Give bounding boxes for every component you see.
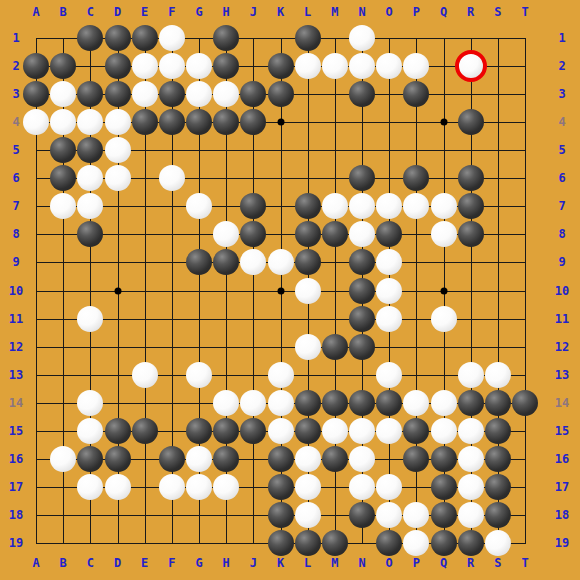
coordinate-label: 10 — [9, 285, 23, 297]
black-stone — [240, 81, 266, 107]
coordinate-label: 6 — [12, 172, 19, 184]
black-stone — [77, 137, 103, 163]
coordinate-label: 1 — [12, 32, 19, 44]
black-stone — [403, 418, 429, 444]
coordinate-label: 19 — [9, 537, 23, 549]
hoshi-point — [440, 119, 447, 126]
white-stone — [431, 193, 457, 219]
white-stone — [77, 306, 103, 332]
black-stone — [105, 418, 131, 444]
black-stone — [186, 109, 212, 135]
coordinate-label: P — [413, 6, 420, 18]
coordinate-label: L — [304, 557, 311, 569]
black-stone — [376, 221, 402, 247]
white-stone — [295, 446, 321, 472]
coordinate-label: A — [32, 557, 39, 569]
white-stone — [295, 502, 321, 528]
white-stone — [23, 109, 49, 135]
coordinate-label: G — [195, 557, 202, 569]
white-stone — [213, 221, 239, 247]
black-stone — [240, 221, 266, 247]
black-stone — [349, 390, 375, 416]
coordinate-label: 9 — [558, 256, 565, 268]
white-stone — [431, 418, 457, 444]
white-stone — [431, 390, 457, 416]
coordinate-label: O — [386, 557, 393, 569]
black-stone — [322, 334, 348, 360]
black-stone — [485, 418, 511, 444]
white-stone — [77, 193, 103, 219]
white-stone — [403, 53, 429, 79]
white-stone — [485, 530, 511, 556]
black-stone — [23, 81, 49, 107]
coordinate-label: J — [250, 6, 257, 18]
coordinate-label: 14 — [9, 397, 23, 409]
black-stone — [105, 446, 131, 472]
coordinate-label: 5 — [12, 144, 19, 156]
black-stone — [349, 306, 375, 332]
white-stone — [105, 165, 131, 191]
black-stone — [77, 25, 103, 51]
coordinate-label: 4 — [12, 116, 19, 128]
black-stone — [159, 81, 185, 107]
white-stone — [295, 53, 321, 79]
white-stone — [376, 474, 402, 500]
black-stone — [403, 81, 429, 107]
black-stone — [50, 165, 76, 191]
white-stone — [403, 193, 429, 219]
coordinate-label: 11 — [9, 313, 23, 325]
white-stone — [349, 418, 375, 444]
black-stone — [50, 137, 76, 163]
coordinate-label: C — [87, 6, 94, 18]
white-stone — [213, 81, 239, 107]
white-stone — [485, 362, 511, 388]
black-stone — [322, 390, 348, 416]
white-stone — [159, 165, 185, 191]
white-stone — [349, 446, 375, 472]
white-stone — [50, 446, 76, 472]
black-stone — [132, 25, 158, 51]
black-stone — [485, 446, 511, 472]
white-stone — [431, 306, 457, 332]
coordinate-label: H — [223, 6, 230, 18]
coordinate-label: 11 — [555, 313, 569, 325]
coordinate-label: F — [168, 557, 175, 569]
black-stone — [403, 446, 429, 472]
coordinate-label: 16 — [9, 453, 23, 465]
black-stone — [458, 109, 484, 135]
black-stone — [213, 446, 239, 472]
coordinate-label: Q — [440, 557, 447, 569]
white-stone — [349, 193, 375, 219]
black-stone — [268, 474, 294, 500]
coordinate-label: N — [358, 557, 365, 569]
white-stone — [159, 25, 185, 51]
coordinate-label: K — [277, 557, 284, 569]
white-stone — [268, 418, 294, 444]
white-stone — [376, 249, 402, 275]
black-stone — [295, 193, 321, 219]
coordinate-label: Q — [440, 6, 447, 18]
black-stone — [431, 530, 457, 556]
coordinate-label: A — [32, 6, 39, 18]
coordinate-label: 13 — [555, 369, 569, 381]
white-stone — [105, 109, 131, 135]
coordinate-label: H — [223, 557, 230, 569]
black-stone — [458, 165, 484, 191]
coordinate-label: 3 — [558, 88, 565, 100]
coordinate-label: N — [358, 6, 365, 18]
white-stone — [376, 278, 402, 304]
black-stone — [349, 278, 375, 304]
black-stone — [213, 249, 239, 275]
white-stone — [132, 53, 158, 79]
black-stone — [403, 165, 429, 191]
white-stone — [458, 362, 484, 388]
white-stone — [213, 474, 239, 500]
coordinate-label: T — [521, 6, 528, 18]
hoshi-point — [114, 287, 121, 294]
coordinate-label: O — [386, 6, 393, 18]
coordinate-label: P — [413, 557, 420, 569]
white-stone — [376, 193, 402, 219]
coordinate-label: T — [521, 557, 528, 569]
black-stone — [295, 418, 321, 444]
grid-line-horizontal — [36, 347, 526, 348]
white-stone-marked-last-move — [455, 50, 487, 82]
white-stone — [105, 474, 131, 500]
black-stone — [159, 109, 185, 135]
white-stone — [240, 390, 266, 416]
black-stone — [295, 249, 321, 275]
black-stone — [485, 474, 511, 500]
black-stone — [349, 81, 375, 107]
black-stone — [240, 109, 266, 135]
white-stone — [322, 418, 348, 444]
coordinate-label: C — [87, 557, 94, 569]
black-stone — [431, 446, 457, 472]
white-stone — [186, 81, 212, 107]
coordinate-label: 5 — [558, 144, 565, 156]
black-stone — [349, 165, 375, 191]
white-stone — [458, 474, 484, 500]
coordinate-label: 15 — [555, 425, 569, 437]
black-stone — [376, 530, 402, 556]
grid-line-vertical — [525, 38, 526, 544]
white-stone — [268, 390, 294, 416]
white-stone — [213, 390, 239, 416]
white-stone — [376, 53, 402, 79]
black-stone — [295, 530, 321, 556]
white-stone — [132, 81, 158, 107]
black-stone — [50, 53, 76, 79]
white-stone — [186, 193, 212, 219]
hoshi-point — [440, 287, 447, 294]
white-stone — [159, 53, 185, 79]
black-stone — [485, 502, 511, 528]
black-stone — [105, 53, 131, 79]
black-stone — [349, 249, 375, 275]
white-stone — [349, 474, 375, 500]
black-stone — [186, 418, 212, 444]
coordinate-label: 17 — [9, 481, 23, 493]
white-stone — [431, 221, 457, 247]
white-stone — [50, 193, 76, 219]
black-stone — [159, 446, 185, 472]
black-stone — [23, 53, 49, 79]
white-stone — [376, 502, 402, 528]
coordinate-label: B — [60, 557, 67, 569]
black-stone — [349, 502, 375, 528]
black-stone — [268, 502, 294, 528]
white-stone — [458, 502, 484, 528]
white-stone — [186, 474, 212, 500]
coordinate-label: F — [168, 6, 175, 18]
coordinate-label: S — [494, 557, 501, 569]
white-stone — [349, 221, 375, 247]
coordinate-label: 8 — [558, 228, 565, 240]
white-stone — [77, 418, 103, 444]
coordinate-label: 15 — [9, 425, 23, 437]
white-stone — [376, 418, 402, 444]
black-stone — [268, 81, 294, 107]
coordinate-label: D — [114, 557, 121, 569]
coordinate-label: G — [195, 6, 202, 18]
white-stone — [403, 530, 429, 556]
white-stone — [77, 474, 103, 500]
black-stone — [213, 109, 239, 135]
go-board[interactable]: AABBCCDDEEFFGGHHJJKKLLMMNNOOPPQQRRSSTT11… — [0, 0, 580, 580]
white-stone — [403, 390, 429, 416]
white-stone — [268, 362, 294, 388]
black-stone — [132, 109, 158, 135]
black-stone — [322, 530, 348, 556]
black-stone — [213, 418, 239, 444]
coordinate-label: 2 — [558, 60, 565, 72]
coordinate-label: 8 — [12, 228, 19, 240]
black-stone — [295, 390, 321, 416]
black-stone — [240, 418, 266, 444]
white-stone — [349, 53, 375, 79]
black-stone — [268, 53, 294, 79]
black-stone — [132, 418, 158, 444]
coordinate-label: E — [141, 557, 148, 569]
black-stone — [186, 249, 212, 275]
white-stone — [322, 53, 348, 79]
white-stone — [458, 446, 484, 472]
coordinate-label: M — [331, 557, 338, 569]
black-stone — [268, 530, 294, 556]
black-stone — [431, 474, 457, 500]
white-stone — [77, 390, 103, 416]
coordinate-label: 18 — [9, 509, 23, 521]
coordinate-label: R — [467, 557, 474, 569]
coordinate-label: 17 — [555, 481, 569, 493]
coordinate-label: L — [304, 6, 311, 18]
coordinate-label: 10 — [555, 285, 569, 297]
white-stone — [186, 362, 212, 388]
coordinate-label: S — [494, 6, 501, 18]
black-stone — [431, 502, 457, 528]
black-stone — [376, 390, 402, 416]
coordinate-label: 7 — [12, 200, 19, 212]
white-stone — [159, 474, 185, 500]
white-stone — [268, 249, 294, 275]
coordinate-label: M — [331, 6, 338, 18]
black-stone — [512, 390, 538, 416]
coordinate-label: 3 — [12, 88, 19, 100]
coordinate-label: E — [141, 6, 148, 18]
black-stone — [240, 193, 266, 219]
hoshi-point — [277, 119, 284, 126]
black-stone — [485, 390, 511, 416]
coordinate-label: K — [277, 6, 284, 18]
coordinate-label: 19 — [555, 537, 569, 549]
black-stone — [295, 25, 321, 51]
black-stone — [213, 25, 239, 51]
black-stone — [322, 221, 348, 247]
white-stone — [349, 25, 375, 51]
black-stone — [77, 81, 103, 107]
coordinate-label: 16 — [555, 453, 569, 465]
coordinate-label: J — [250, 557, 257, 569]
white-stone — [322, 193, 348, 219]
white-stone — [186, 446, 212, 472]
coordinate-label: B — [60, 6, 67, 18]
black-stone — [268, 446, 294, 472]
coordinate-label: 6 — [558, 172, 565, 184]
coordinate-label: 1 — [558, 32, 565, 44]
coordinate-label: 12 — [9, 341, 23, 353]
hoshi-point — [277, 287, 284, 294]
black-stone — [322, 446, 348, 472]
white-stone — [50, 81, 76, 107]
black-stone — [77, 221, 103, 247]
coordinate-label: 18 — [555, 509, 569, 521]
coordinate-label: 12 — [555, 341, 569, 353]
white-stone — [132, 362, 158, 388]
coordinate-label: 4 — [558, 116, 565, 128]
black-stone — [105, 81, 131, 107]
coordinate-label: 13 — [9, 369, 23, 381]
black-stone — [77, 446, 103, 472]
black-stone — [458, 390, 484, 416]
white-stone — [77, 109, 103, 135]
black-stone — [295, 221, 321, 247]
white-stone — [376, 306, 402, 332]
coordinate-label: 2 — [12, 60, 19, 72]
coordinate-label: 14 — [555, 397, 569, 409]
coordinate-label: 7 — [558, 200, 565, 212]
white-stone — [295, 278, 321, 304]
white-stone — [403, 502, 429, 528]
black-stone — [458, 530, 484, 556]
coordinate-label: R — [467, 6, 474, 18]
black-stone — [213, 53, 239, 79]
white-stone — [295, 334, 321, 360]
black-stone — [349, 334, 375, 360]
white-stone — [77, 165, 103, 191]
white-stone — [376, 362, 402, 388]
coordinate-label: 9 — [12, 256, 19, 268]
white-stone — [295, 474, 321, 500]
black-stone — [458, 193, 484, 219]
white-stone — [458, 418, 484, 444]
white-stone — [105, 137, 131, 163]
black-stone — [105, 25, 131, 51]
white-stone — [50, 109, 76, 135]
white-stone — [240, 249, 266, 275]
white-stone — [186, 53, 212, 79]
coordinate-label: D — [114, 6, 121, 18]
black-stone — [458, 221, 484, 247]
